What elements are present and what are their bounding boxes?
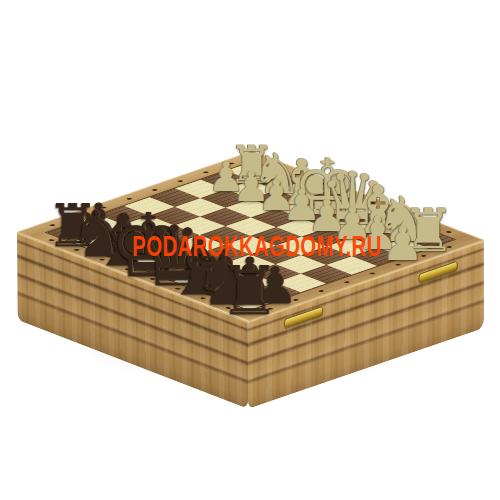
piece-black-rook-a8[interactable]: ♜ — [219, 257, 279, 324]
product-photo-stage: ♜♞♝♛♚♝♞♜♟♟♟♟♟♟♟♟♟♟♟♟♟♟♟♟♜♞♝♛♚♝♞♜ PODAROK… — [0, 0, 500, 500]
piece-white-pawn-a2[interactable]: ♟ — [382, 220, 424, 267]
watermark-text: PODAROKKAGDOMY.RU — [132, 229, 381, 263]
